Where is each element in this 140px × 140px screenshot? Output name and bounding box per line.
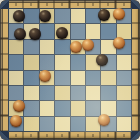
board-square[interactable] [101, 55, 115, 69]
board-square[interactable] [24, 86, 38, 100]
board-corner-top-right [131, 0, 140, 9]
board-square[interactable] [55, 101, 69, 115]
board-square[interactable] [24, 117, 38, 131]
board-square[interactable] [86, 101, 100, 115]
board-square[interactable] [71, 71, 85, 85]
board-square[interactable] [117, 101, 131, 115]
board-square[interactable] [9, 24, 23, 38]
dark-checker-piece[interactable] [14, 28, 26, 40]
light-checker-piece[interactable] [70, 41, 82, 53]
dark-checker-piece[interactable] [29, 28, 41, 40]
board-frame-bottom [0, 132, 140, 140]
board-square[interactable] [40, 40, 54, 54]
board-grid-area [8, 8, 132, 132]
dark-checker-piece[interactable] [98, 9, 110, 21]
board-square[interactable] [24, 55, 38, 69]
board-square[interactable] [86, 24, 100, 38]
board-square[interactable] [24, 71, 38, 85]
board-square[interactable] [40, 9, 54, 23]
board-square[interactable] [9, 117, 23, 131]
board-square[interactable] [24, 9, 38, 23]
board-square[interactable] [9, 55, 23, 69]
board-square[interactable] [9, 71, 23, 85]
board-corner-bottom-left [0, 131, 9, 140]
board-square[interactable] [101, 71, 115, 85]
board-square[interactable] [86, 71, 100, 85]
dark-checker-piece[interactable] [13, 10, 25, 22]
dark-checker-piece[interactable] [39, 10, 51, 22]
light-checker-piece[interactable] [13, 100, 25, 112]
board-square[interactable] [55, 117, 69, 131]
board-square[interactable] [9, 40, 23, 54]
board-square[interactable] [55, 40, 69, 54]
board-square[interactable] [55, 55, 69, 69]
board-square[interactable] [117, 86, 131, 100]
light-checker-piece[interactable] [10, 115, 22, 127]
board-frame-top [0, 0, 140, 8]
light-checker-piece[interactable] [113, 8, 125, 20]
board-square[interactable] [55, 24, 69, 38]
board-square[interactable] [24, 40, 38, 54]
board-square[interactable] [9, 9, 23, 23]
light-checker-piece[interactable] [98, 114, 110, 126]
dark-checker-piece[interactable] [56, 27, 68, 39]
board-square[interactable] [55, 9, 69, 23]
board-square[interactable] [40, 86, 54, 100]
board-square[interactable] [71, 117, 85, 131]
board-square[interactable] [24, 101, 38, 115]
checkers-board [0, 0, 140, 140]
board-square[interactable] [9, 101, 23, 115]
board-square[interactable] [101, 117, 115, 131]
board-grid [8, 8, 132, 132]
board-square[interactable] [40, 117, 54, 131]
dark-checker-piece[interactable] [96, 54, 108, 66]
board-square[interactable] [24, 24, 38, 38]
board-square[interactable] [86, 40, 100, 54]
board-square[interactable] [117, 40, 131, 54]
board-square[interactable] [101, 24, 115, 38]
board-square[interactable] [71, 24, 85, 38]
board-square[interactable] [40, 71, 54, 85]
board-square[interactable] [55, 86, 69, 100]
board-square[interactable] [55, 71, 69, 85]
board-square[interactable] [71, 86, 85, 100]
board-square[interactable] [117, 55, 131, 69]
light-checker-piece[interactable] [39, 70, 51, 82]
board-square[interactable] [40, 55, 54, 69]
board-frame-left [0, 0, 8, 140]
board-square[interactable] [40, 24, 54, 38]
board-frame-right [132, 0, 140, 140]
board-square[interactable] [86, 86, 100, 100]
board-photo [0, 0, 140, 140]
board-square[interactable] [9, 86, 23, 100]
board-square[interactable] [71, 101, 85, 115]
board-square[interactable] [117, 71, 131, 85]
board-square[interactable] [71, 55, 85, 69]
board-square[interactable] [117, 9, 131, 23]
light-checker-piece[interactable] [113, 37, 125, 49]
light-checker-piece[interactable] [82, 39, 94, 51]
board-square[interactable] [117, 117, 131, 131]
board-corner-bottom-right [131, 131, 140, 140]
board-square[interactable] [101, 86, 115, 100]
board-square[interactable] [71, 9, 85, 23]
board-square[interactable] [40, 101, 54, 115]
